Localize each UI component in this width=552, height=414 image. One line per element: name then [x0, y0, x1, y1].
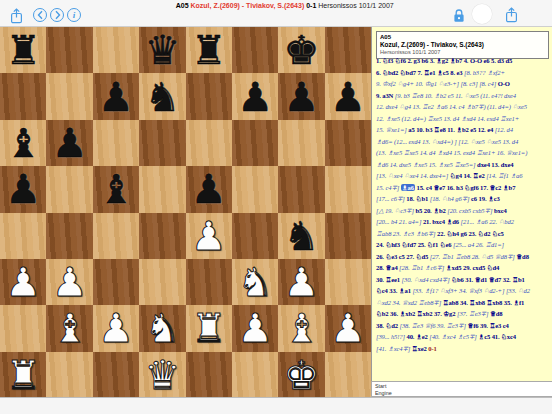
move-segment[interactable]: 9. ♔xf2 ♘g4+ 10. ♔g1 ♘e3-+] [8. c3] [8. … — [376, 80, 498, 87]
move-segment[interactable]: 26. ♘e3 c5 27. ♘d5 — [376, 253, 430, 260]
notation-line: 15. c4∓] ♗a6 15. c4 ♕e7 16. h3 ♘gf6 17. … — [376, 182, 552, 194]
square-b4[interactable] — [46, 213, 92, 259]
move-segment[interactable]: ♘b2 36. ♗xb2 ♖xb2 37. ♔g2 — [376, 310, 457, 317]
piece-black-bishop-c5[interactable]: ♝ — [98, 166, 134, 212]
move-segment[interactable]: [33. ♗f1? ♘xf3+ 34. ♕xf3 ♘d2-+] [33. ♘d2 — [412, 287, 530, 294]
piece-black-rook-e8[interactable]: ♜ — [191, 27, 227, 73]
top-bar: i A05 Kozul, Z.(2609) - Tiviakov, S.(264… — [0, 0, 552, 27]
move-segment[interactable]: 40. ♗e2 — [407, 333, 430, 340]
square-c2[interactable]: ♟ — [93, 305, 139, 351]
square-f7[interactable]: ♟ — [232, 73, 278, 119]
square-d2[interactable]: ♞ — [139, 305, 185, 351]
move-segment[interactable]: 22. ♘h4 g6 23. ♘d2 ♘c5 — [437, 230, 504, 237]
notation-line: 1. ♘f3 ♘f6 2. g3 b6 3. ♗g2 ♗b7 4. O-O e6… — [376, 55, 552, 67]
notation-line: 6. ♘bd2 ♘bd7 7. ♖e1 ♗c5 8. e3 [8. b3?? ♗… — [376, 67, 552, 79]
piece-white-knight-f3[interactable]: ♞ — [237, 259, 273, 305]
square-e3[interactable] — [186, 259, 232, 305]
chess-board[interactable]: ♜♛♜♚♟♞♟♟♟♝♟♟♝♟♟♞♟♟♞♟♝♟♞♜♟♝♟♜♛♚ — [0, 27, 371, 398]
move-segment[interactable]: [41. ♗xc4∓] — [376, 345, 412, 352]
move-segment[interactable]: [9. b3 ♖e8 10. ♗b2 e5 11. ♘xe5 (11. e4?!… — [395, 92, 516, 99]
square-g4[interactable]: ♞ — [278, 213, 324, 259]
notation-line: 12. dxe4 ♘g4 13. ♖e2 ♗a6 14. c4 ♗b7∓) (1… — [376, 101, 552, 113]
piece-black-rook-a8[interactable]: ♜ — [5, 27, 41, 73]
square-g2[interactable]: ♝ — [278, 305, 324, 351]
square-h4[interactable] — [325, 213, 371, 259]
square-g1[interactable]: ♚ — [278, 352, 324, 398]
square-g3[interactable]: ♟ — [278, 259, 324, 305]
bottom-toolbar: ↺ — [0, 397, 552, 414]
square-c7[interactable]: ♟ — [93, 73, 139, 119]
square-f4[interactable] — [232, 213, 278, 259]
header-eco: A05 — [380, 34, 545, 41]
square-d3[interactable] — [139, 259, 185, 305]
square-h2[interactable]: ♟ — [325, 305, 371, 351]
notation-line: 26. ♘e3 c5 27. ♘d5 [27. ♖b1 ♖eb8 28. ♘d5… — [376, 251, 552, 263]
notation-line: [39... h5!?] 40. ♗e2 [40. ♗xc4 ♗c5∓] ♗c5… — [376, 331, 552, 343]
square-a7[interactable] — [0, 73, 46, 119]
square-f2[interactable]: ♟ — [232, 305, 278, 351]
square-a6[interactable]: ♝ — [0, 120, 46, 166]
move-segment[interactable]: ♘g4 14. ♖e2 — [450, 172, 486, 179]
move-segment[interactable]: [13. ♘xe4 ♘xe4 14. dxe4=] — [376, 172, 450, 179]
move-segment[interactable]: dxe4 13. dxe4 — [477, 161, 513, 168]
move-segment[interactable]: ♘b6 31. ♕d1 ♕d7 32. ♖b1 — [451, 276, 524, 283]
square-b6[interactable]: ♟ — [46, 120, 92, 166]
piece-black-pawn-e5[interactable]: ♟ — [191, 166, 227, 212]
square-h1[interactable] — [325, 352, 371, 398]
move-segment[interactable]: [17... c6∓] — [376, 195, 406, 202]
game-title: A05 Kozul, Z.(2609) - Tiviakov, S.(2643)… — [176, 1, 394, 10]
square-h6[interactable] — [325, 120, 371, 166]
notation-line: ♗d6 14. dxe5 ♗xe5 15. ♗xe5 ♖xe5=] dxe4 1… — [376, 159, 552, 171]
share-icon[interactable] — [10, 8, 23, 24]
notation-panel: A05 Kozul, Z.(2609) - Tiviakov, S.(2643)… — [371, 27, 552, 381]
square-c6[interactable] — [93, 120, 139, 166]
engine-button-line2: Engine — [375, 390, 552, 397]
square-b3[interactable]: ♟ — [46, 259, 92, 305]
piece-black-pawn-g7[interactable]: ♟ — [284, 74, 320, 120]
square-d1[interactable]: ♛ — [139, 352, 185, 398]
game-result: 0-1 — [428, 345, 436, 352]
piece-white-pawn-c2[interactable]: ♟ — [98, 305, 134, 351]
square-f1[interactable] — [232, 352, 278, 398]
square-a3[interactable]: ♟ — [0, 259, 46, 305]
piece-white-rook-a1[interactable]: ♜ — [5, 352, 41, 398]
square-a5[interactable]: ♟ — [0, 166, 46, 212]
move-segment[interactable]: 15. c4 ♕e7 16. h3 ♘gf6 17. ♕c2 ♗b7 — [415, 184, 515, 191]
move-segment[interactable]: [12. d4 — [495, 126, 513, 133]
square-b7[interactable] — [46, 73, 92, 119]
back-icon[interactable] — [33, 8, 47, 22]
notation-line: 24. ♘hf3 ♘fd7 25. ♘f1 ♘e6 [25... a4 26. … — [376, 239, 552, 251]
white-circle-button[interactable] — [472, 4, 492, 24]
move-segment[interactable]: 28. ♕a4 — [376, 264, 399, 271]
square-b1[interactable] — [46, 352, 92, 398]
piece-white-bishop-g2[interactable]: ♝ — [284, 305, 320, 351]
move-segment[interactable]: [38. ♖e3 ♕f6 39. ♖c3∓] — [399, 322, 467, 329]
move-segment[interactable]: 15. ♕xe1=] — [376, 126, 408, 133]
piece-white-rook-e2[interactable]: ♜ — [191, 305, 227, 351]
square-f6[interactable] — [232, 120, 278, 166]
move-segment[interactable]: [28. ♖b1 ♗c6∓] — [399, 264, 446, 271]
notation-line: 28. ♕a4 [28. ♖b1 ♗c6∓] ♗xd5 29. cxd5 ♘d4 — [376, 262, 552, 274]
move-segment[interactable]: [27. ♖b1 ♖eb8 28. ♘d5 ♕d8∓] — [430, 253, 517, 260]
move-segment[interactable]: [14. ♖f1 ♗a6 — [486, 172, 522, 179]
square-d7[interactable]: ♞ — [139, 73, 185, 119]
notation-line: 30. ♖ee1 [30. ♘xd4 cxd4∓] ♘b6 31. ♕d1 ♕d… — [376, 274, 552, 286]
square-h7[interactable]: ♟ — [325, 73, 371, 119]
notation-line: ♘c4 33. ♗a1 [33. ♗f1? ♘xf3+ 34. ♕xf3 ♘d2… — [376, 285, 552, 297]
header-players: Kozul, Z.(2609) - Tiviakov, S.(2643) — [380, 41, 545, 49]
square-e8[interactable]: ♜ — [186, 27, 232, 73]
square-g5[interactable] — [278, 166, 324, 212]
piece-white-knight-d2[interactable]: ♞ — [144, 305, 180, 351]
share-icon[interactable] — [505, 7, 518, 23]
square-d8[interactable]: ♛ — [139, 27, 185, 73]
move-segment[interactable]: 12. ♗xe5 (12. d4=) ♖xe5 13. d4 ♗xd4 14. … — [376, 115, 519, 122]
move-segment[interactable]: ♗d6 14. dxe5 ♗xe5 15. ♗xe5 ♖xe5=] — [376, 161, 477, 168]
square-h5[interactable] — [325, 166, 371, 212]
square-c1[interactable] — [93, 352, 139, 398]
notation-line: (13. ♗xe5 ♖xe5 14. d4 ♗xd4 15. exd4 ♖xe1… — [376, 147, 552, 159]
piece-white-pawn-g3[interactable]: ♟ — [284, 259, 320, 305]
piece-white-pawn-b3[interactable]: ♟ — [52, 259, 88, 305]
piece-black-pawn-a5[interactable]: ♟ — [5, 166, 41, 212]
move-segment[interactable]: [25... a4 26. ♖d1=] — [453, 241, 504, 248]
move-segment[interactable]: ♘xd2 34. ♕xd2 ♖eb8∓] — [376, 299, 443, 306]
move-segment[interactable]: [30. ♘xd4 cxd4∓] — [402, 276, 452, 283]
piece-white-pawn-e4[interactable]: ♟ — [191, 213, 227, 259]
move-segment[interactable]: [39... h5!?] — [376, 333, 407, 340]
square-e2[interactable]: ♜ — [186, 305, 232, 351]
move-segment[interactable]: 24. ♘hf3 ♘fd7 25. ♘f1 ♘e6 — [376, 241, 453, 248]
move-segment[interactable]: [37. ♖e3∓] — [457, 310, 490, 317]
move-segment[interactable]: (13. ♗xe5 ♖xe5 14. d4 ♗xd4 15. exd4 ♖xe1… — [376, 149, 527, 156]
eco-code: A05 — [176, 2, 189, 9]
current-move[interactable]: ♗a6 — [401, 184, 415, 191]
square-a4[interactable] — [0, 213, 46, 259]
square-g6[interactable] — [278, 120, 324, 166]
notation-line: ♖ab8 23. ♗c3 ♗b6∓] 22. ♘h4 g6 23. ♘d2 ♘c… — [376, 228, 552, 240]
square-b5[interactable] — [46, 166, 92, 212]
notation-line: 38. ♘d2 [38. ♖e3 ♕f6 39. ♖c3∓] ♕f6 39. ♖… — [376, 320, 552, 332]
result-label: 0-1 — [306, 2, 316, 9]
piece-white-king-g1[interactable]: ♚ — [284, 352, 320, 398]
piece-white-pawn-a3[interactable]: ♟ — [5, 259, 41, 305]
info-icon[interactable]: i — [67, 8, 81, 22]
chess-app-window: i A05 Kozul, Z.(2609) - Tiviakov, S.(264… — [0, 0, 552, 414]
move-segment[interactable]: 18. ♘b1 — [406, 195, 429, 202]
move-segment[interactable]: 12. dxe4 ♘g4 13. ♖e2 ♗a6 14. c4 ♗b7∓) (1… — [376, 103, 527, 110]
piece-black-pawn-h7[interactable]: ♟ — [330, 74, 366, 120]
move-segment[interactable]: 15. c4∓] — [376, 184, 401, 191]
move-segment[interactable]: 30. ♖ee1 — [376, 276, 402, 283]
piece-black-pawn-c7[interactable]: ♟ — [98, 74, 134, 120]
square-g7[interactable]: ♟ — [278, 73, 324, 119]
move-segment[interactable]: ♖ab8 23. ♗c3 ♗b6∓] — [376, 230, 437, 237]
square-d6[interactable] — [139, 120, 185, 166]
move-segment[interactable]: O-O — [498, 80, 510, 87]
move-segment[interactable]: a5 10. b3 ♖e8 11. ♗b2 e5 12. e4 — [408, 126, 494, 133]
piece-white-pawn-h2[interactable]: ♟ — [330, 305, 366, 351]
notation-line: [△ 19. ♘c3∓] b5 20. ♗b2 [20. cxb5 cxb5∓]… — [376, 205, 552, 217]
move-segment[interactable]: 6. ♘bd2 ♘bd7 7. ♖e1 ♗c5 8. e3 — [376, 69, 464, 76]
notation-line: [41. ♗xc4∓] ♖xe2 0-1 — [376, 343, 552, 355]
engine-start-button[interactable]: Start Engine — [371, 381, 552, 397]
lock-icon[interactable] — [452, 8, 466, 23]
square-a1[interactable]: ♜ — [0, 352, 46, 398]
move-segment[interactable]: ♕d8 — [516, 253, 529, 260]
engine-button-line1: Start — [375, 383, 552, 390]
square-c4[interactable] — [93, 213, 139, 259]
square-a8[interactable]: ♜ — [0, 27, 46, 73]
notation-moves: 1. ♘f3 ♘f6 2. g3 b6 3. ♗g2 ♗b7 4. O-O e6… — [376, 55, 552, 354]
square-d5[interactable] — [139, 166, 185, 212]
notation-line: 9. a3N [9. b3 ♖e8 10. ♗b2 e5 11. ♘xe5 (1… — [376, 90, 552, 102]
move-segment[interactable]: [18. ♘h4 g6∓] — [430, 195, 471, 202]
notation-line: [20... b4 21. a4=] 21. bxc4 ♗d6 [21... ♗… — [376, 216, 552, 228]
piece-black-king-g8[interactable]: ♚ — [284, 27, 320, 73]
move-segment[interactable]: [△ 19. ♘c3∓] — [376, 207, 416, 214]
move-segment[interactable]: bxc4 — [494, 207, 507, 214]
square-d4[interactable] — [139, 213, 185, 259]
event-label: Hersonissos 101/1 2007 — [318, 2, 394, 9]
square-e7[interactable] — [186, 73, 232, 119]
square-f5[interactable] — [232, 166, 278, 212]
piece-white-pawn-f2[interactable]: ♟ — [237, 305, 273, 351]
move-segment[interactable]: ♗xd5 29. cxd5 ♘d4 — [446, 264, 499, 271]
move-segment[interactable]: ♘c4 33. ♗a1 — [376, 287, 412, 294]
move-segment[interactable]: ♗c5 41. ♘xc4 — [478, 333, 516, 340]
move-segment[interactable]: c6 19. ♗c3 — [471, 195, 500, 202]
square-g8[interactable]: ♚ — [278, 27, 324, 73]
players-label: Kozul, Z.(2609) - Tiviakov, S.(2643) — [190, 2, 304, 9]
square-c8[interactable] — [93, 27, 139, 73]
move-segment[interactable]: [21... ♗a6 22. ♘bd2 — [461, 218, 514, 225]
piece-white-queen-d1[interactable]: ♛ — [144, 352, 180, 398]
move-segment[interactable]: ♕f6 39. ♖e3 c4 — [467, 322, 508, 329]
piece-black-bishop-a6[interactable]: ♝ — [5, 120, 41, 166]
square-e5[interactable]: ♟ — [186, 166, 232, 212]
piece-white-bishop-b2[interactable]: ♝ — [52, 305, 88, 351]
move-segment[interactable]: 1. ♘f3 ♘f6 2. g3 b6 3. ♗g2 ♗b7 4. O-O e6… — [376, 57, 512, 64]
notation-line: 9. ♔xf2 ♘g4+ 10. ♔g1 ♘e3-+] [8. c3] [8. … — [376, 78, 552, 90]
move-segment[interactable]: 9. a3N — [376, 92, 395, 99]
move-segment[interactable]: b5 20. ♗b2 — [416, 207, 448, 214]
square-f3[interactable]: ♞ — [232, 259, 278, 305]
notation-line: [13. ♘xe4 ♘xe4 14. dxe4=] ♘g4 14. ♖e2 [1… — [376, 170, 552, 182]
square-h8[interactable] — [325, 27, 371, 73]
move-segment[interactable]: ♕d8 — [490, 310, 503, 317]
square-b2[interactable]: ♝ — [46, 305, 92, 351]
square-h3[interactable] — [325, 259, 371, 305]
square-f8[interactable] — [232, 27, 278, 73]
move-segment[interactable]: [20... b4 21. a4=] — [376, 218, 423, 225]
square-c5[interactable]: ♝ — [93, 166, 139, 212]
move-segment[interactable]: 21. bxc4 ♗d6 — [423, 218, 461, 225]
move-segment[interactable]: ♖ab8 34. ♖xb8 ♖xb8 35. ♗f1 — [443, 299, 525, 306]
notation-line: 12. ♗xe5 (12. d4=) ♖xe5 13. d4 ♗xd4 14. … — [376, 113, 552, 125]
square-a2[interactable] — [0, 305, 46, 351]
move-segment[interactable]: ♗d6= (12... exd4 13. ♘xd4=) ] [12. ♘xe5 … — [376, 138, 518, 145]
piece-black-knight-g4[interactable]: ♞ — [284, 213, 320, 259]
notation-line: [17... c6∓] 18. ♘b1 [18. ♘h4 g6∓] c6 19.… — [376, 193, 552, 205]
piece-black-pawn-f7[interactable]: ♟ — [237, 74, 273, 120]
move-segment[interactable]: 38. ♘d2 — [376, 322, 399, 329]
move-segment[interactable]: ♖xe2 — [412, 345, 428, 352]
notation-line: ♘b2 36. ♗xb2 ♖xb2 37. ♔g2 [37. ♖e3∓] ♕d8 — [376, 308, 552, 320]
square-c3[interactable] — [93, 259, 139, 305]
piece-black-pawn-b6[interactable]: ♟ — [52, 120, 88, 166]
square-e6[interactable] — [186, 120, 232, 166]
piece-black-knight-d7[interactable]: ♞ — [144, 74, 180, 120]
notation-line: 15. ♕xe1=] a5 10. b3 ♖e8 11. ♗b2 e5 12. … — [376, 124, 552, 136]
move-segment[interactable]: [20. cxb5 cxb5∓] — [447, 207, 494, 214]
notation-line: ♗d6= (12... exd4 13. ♘xd4=) ] [12. ♘xe5 … — [376, 136, 552, 148]
forward-icon[interactable] — [50, 8, 64, 22]
move-segment[interactable]: [40. ♗xc4 ♗c5∓] — [429, 333, 478, 340]
move-segment[interactable]: [8. b3?? ♗xf2+ — [464, 69, 505, 76]
piece-black-queen-d8[interactable]: ♛ — [144, 27, 180, 73]
notation-line: ♘xd2 34. ♕xd2 ♖eb8∓] ♖ab8 34. ♖xb8 ♖xb8 … — [376, 297, 552, 309]
square-e4[interactable]: ♟ — [186, 213, 232, 259]
square-e1[interactable] — [186, 352, 232, 398]
square-b8[interactable] — [46, 27, 92, 73]
